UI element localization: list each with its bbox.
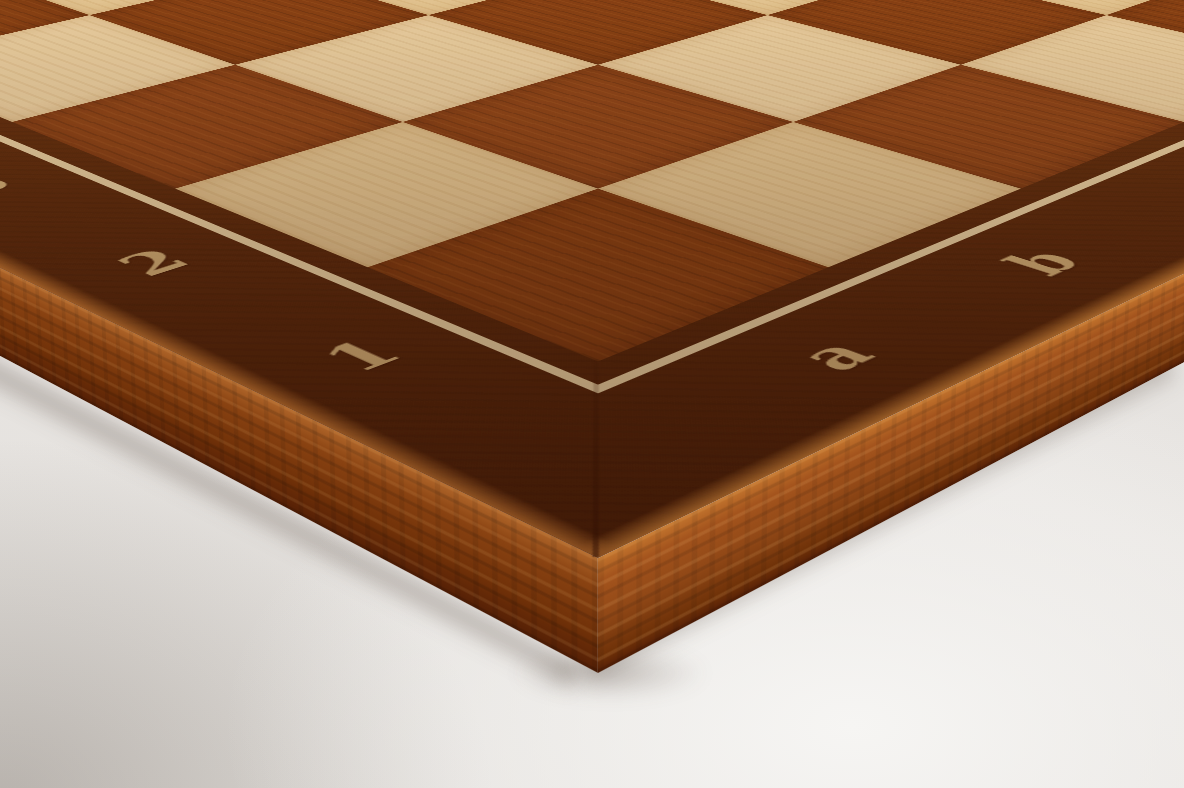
square-a1[interactable] bbox=[368, 189, 829, 362]
corner-miter-seam bbox=[593, 359, 599, 557]
square-b2[interactable] bbox=[403, 65, 794, 189]
square-b1[interactable] bbox=[598, 122, 1021, 267]
square-e1[interactable] bbox=[1106, 0, 1184, 65]
inlay-line bbox=[0, 0, 1184, 393]
playing-field bbox=[0, 0, 1184, 361]
chessboard: 12345678abcdefgh bbox=[0, 0, 1184, 558]
square-d3[interactable] bbox=[598, 0, 916, 15]
square-b5[interactable] bbox=[0, 0, 280, 15]
square-b4[interactable] bbox=[90, 0, 429, 65]
square-c4[interactable] bbox=[280, 0, 598, 15]
square-c3[interactable] bbox=[429, 0, 768, 65]
square-c1[interactable] bbox=[793, 65, 1184, 189]
scene: 12345678abcdefgh bbox=[0, 0, 1184, 788]
square-a2[interactable] bbox=[175, 122, 598, 267]
square-d2[interactable] bbox=[767, 0, 1106, 65]
square-b3[interactable] bbox=[235, 15, 598, 122]
board-top-face: 12345678abcdefgh bbox=[0, 0, 1184, 558]
rank-label-3: 3 bbox=[0, 168, 26, 202]
lighting-overlay bbox=[0, 0, 1184, 558]
file-label-b: b bbox=[987, 243, 1099, 283]
square-a4[interactable] bbox=[0, 15, 235, 122]
square-e2[interactable] bbox=[916, 0, 1184, 15]
file-label-a: a bbox=[776, 332, 894, 379]
square-c2[interactable] bbox=[598, 15, 961, 122]
rank-label-1: 1 bbox=[304, 332, 419, 380]
rank-label-2: 2 bbox=[102, 243, 205, 283]
square-a3[interactable] bbox=[12, 65, 403, 189]
photo-background: 12345678abcdefgh bbox=[0, 0, 1184, 788]
square-a5[interactable] bbox=[0, 0, 90, 65]
file-label-c: c bbox=[1166, 169, 1184, 201]
square-d1[interactable] bbox=[961, 15, 1184, 122]
